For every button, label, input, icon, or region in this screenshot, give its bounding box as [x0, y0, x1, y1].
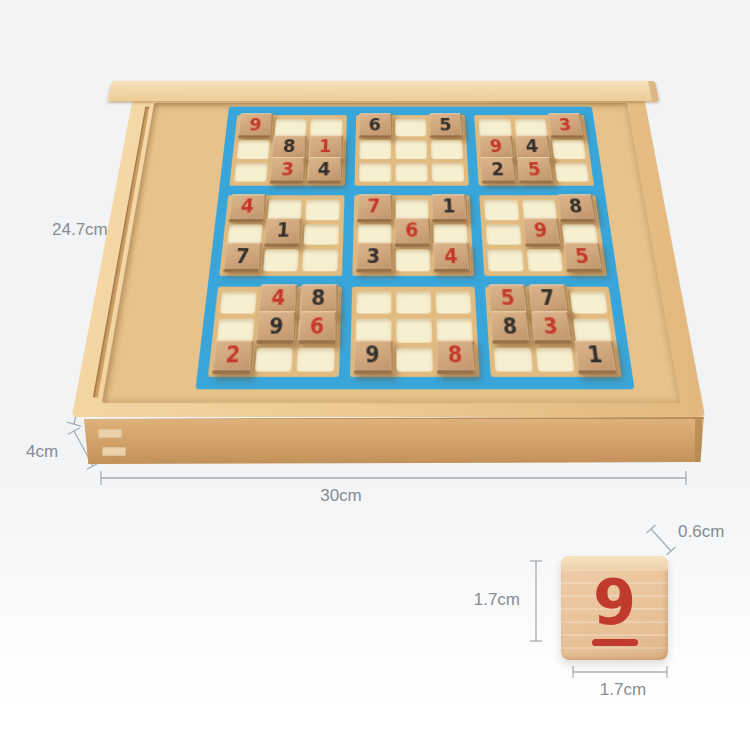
box-2: 65 [354, 115, 469, 186]
tile-4-r4c1[interactable]: 4 [228, 194, 267, 222]
cell-r7c7[interactable]: 5 [490, 291, 527, 314]
tile-6-r8c3[interactable]: 6 [297, 311, 338, 344]
cell-r9c2[interactable] [255, 347, 293, 371]
cell-r7c1[interactable] [220, 291, 257, 314]
tile-9-r8c2[interactable]: 9 [256, 311, 298, 344]
cell-r9c5[interactable] [396, 347, 433, 371]
cell-r4c9[interactable]: 8 [559, 200, 595, 220]
tile-3-r6c4[interactable]: 3 [355, 243, 393, 273]
cell-r9c6[interactable]: 8 [437, 347, 475, 371]
cell-r7c8[interactable]: 7 [530, 291, 568, 314]
cell-r3c2[interactable]: 3 [271, 163, 305, 182]
cell-r8c9[interactable] [573, 319, 612, 342]
cell-r1c6[interactable]: 5 [430, 119, 462, 137]
cell-r4c3[interactable] [306, 200, 340, 220]
cell-r5c5[interactable]: 6 [396, 224, 430, 245]
sample-tile-underline [592, 639, 638, 646]
cell-r4c7[interactable] [484, 200, 519, 220]
cell-r7c5[interactable] [396, 291, 432, 314]
sudoku-board: 98134653942541771634895489629857831 [72, 81, 706, 417]
cell-r5c7[interactable] [486, 224, 521, 245]
cell-r7c9[interactable] [570, 291, 608, 314]
box-height-label: 4cm [26, 442, 58, 462]
cell-r9c9[interactable]: 1 [576, 347, 616, 371]
tile-5-r1c6[interactable]: 5 [429, 113, 464, 138]
cell-r1c4[interactable]: 6 [359, 119, 390, 137]
cell-r7c4[interactable] [356, 291, 392, 314]
tile-9-r5c8[interactable]: 9 [522, 218, 562, 247]
sudoku-grid: 98134653942541771634895489629857831 [195, 107, 634, 390]
tile-2-r3c7[interactable]: 2 [480, 157, 517, 184]
cell-r6c3[interactable] [303, 249, 338, 270]
cell-r2c9[interactable] [552, 141, 586, 159]
cell-r3c4[interactable] [359, 163, 392, 182]
box-4: 417 [219, 196, 344, 276]
cell-r7c2[interactable]: 4 [260, 291, 297, 314]
box-1: 98134 [229, 115, 346, 186]
dimension-line-board-width [101, 471, 686, 485]
cell-r6c9[interactable]: 5 [565, 249, 602, 270]
cell-r2c5[interactable] [395, 141, 427, 159]
cell-r8c8[interactable]: 3 [533, 319, 571, 342]
cell-r1c9[interactable]: 3 [549, 119, 583, 137]
tile-4-r3c3[interactable]: 4 [306, 157, 342, 184]
cell-r8c5[interactable] [396, 319, 432, 342]
tile-thickness-label: 0.6cm [678, 522, 724, 542]
cell-r8c4[interactable] [355, 319, 391, 342]
cell-r3c9[interactable] [554, 163, 589, 182]
box-9: 57831 [485, 286, 621, 377]
cell-r8c7[interactable]: 8 [492, 319, 530, 342]
tile-height-label: 1.7cm [468, 590, 520, 610]
cell-r6c1[interactable]: 7 [224, 249, 260, 270]
cell-r9c8[interactable] [535, 347, 574, 371]
tile-8-r9c6[interactable]: 8 [435, 340, 476, 374]
cell-r4c6[interactable]: 1 [433, 200, 467, 220]
dovetail-joint [102, 447, 126, 456]
tile-1-r4c6[interactable]: 1 [431, 194, 468, 222]
tile-7-r4c4[interactable]: 7 [356, 194, 393, 222]
cell-r6c6[interactable]: 4 [434, 249, 469, 270]
tile-9-r1c1[interactable]: 9 [237, 113, 274, 138]
product-photo-scene: 24.7cm 4cm 30cm 0.6cm 1.7cm 1.7cm 981346… [0, 0, 750, 750]
cell-r3c6[interactable] [432, 163, 465, 182]
dimension-line-tile-height [530, 561, 542, 641]
cell-r2c4[interactable] [359, 141, 391, 159]
cell-r4c1[interactable]: 4 [230, 200, 265, 220]
cell-r2c6[interactable] [431, 141, 464, 159]
cell-r7c3[interactable]: 8 [300, 291, 336, 314]
cell-r8c2[interactable]: 9 [258, 319, 296, 342]
tile-7-r6c1[interactable]: 7 [223, 243, 263, 273]
cell-r8c6[interactable] [436, 319, 473, 342]
cell-r8c1[interactable] [217, 319, 255, 342]
cell-r3c7[interactable]: 2 [482, 163, 516, 182]
cell-r9c1[interactable]: 2 [213, 347, 252, 371]
board-top-rail [108, 81, 659, 101]
box-7: 48962 [208, 286, 341, 377]
tile-1-r9c9[interactable]: 1 [574, 340, 618, 374]
box-6: 895 [480, 196, 607, 276]
cell-r5c2[interactable]: 1 [266, 224, 301, 245]
cell-r6c4[interactable]: 3 [357, 249, 392, 270]
cell-r6c5[interactable] [396, 249, 431, 270]
tile-9-r9c4[interactable]: 9 [353, 340, 393, 374]
cell-r9c3[interactable] [297, 347, 335, 371]
tile-2-r9c1[interactable]: 2 [211, 340, 254, 374]
cell-r3c8[interactable]: 5 [518, 163, 552, 182]
sample-tile-digit: 9 [561, 566, 668, 638]
board-front-right-edge [695, 419, 702, 464]
tile-6-r1c4[interactable]: 6 [358, 113, 392, 138]
tile-width-label: 1.7cm [593, 680, 653, 700]
cell-r9c7[interactable] [494, 347, 532, 371]
tile-1-r5c2[interactable]: 1 [264, 218, 303, 247]
cell-r8c3[interactable]: 6 [299, 319, 336, 342]
cell-r9c4[interactable]: 9 [355, 347, 392, 371]
tile-3-r8c8[interactable]: 3 [530, 311, 573, 344]
box-5: 71634 [352, 196, 474, 276]
cell-r2c1[interactable] [237, 141, 271, 159]
cell-r6c8[interactable] [526, 249, 563, 270]
tile-6-r5c5[interactable]: 6 [394, 218, 431, 247]
cell-r5c3[interactable] [304, 224, 339, 245]
tile-3-r1c9[interactable]: 3 [547, 113, 584, 138]
cell-r5c8[interactable]: 9 [524, 224, 560, 245]
cell-r3c5[interactable] [395, 163, 428, 182]
cell-r6c7[interactable] [488, 249, 524, 270]
box-8: 98 [350, 286, 481, 377]
tile-8-r4c9[interactable]: 8 [557, 194, 597, 222]
tile-4-r6c6[interactable]: 4 [433, 243, 472, 273]
tile-5-r3c8[interactable]: 5 [516, 157, 554, 184]
tile-3-r3c2[interactable]: 3 [269, 157, 306, 184]
dimension-line-tile-thickness [647, 525, 676, 555]
cell-r1c1[interactable]: 9 [239, 119, 272, 137]
board-depth-label: 24.7cm [52, 220, 108, 240]
cell-r6c2[interactable] [264, 249, 300, 270]
tile-5-r6c9[interactable]: 5 [562, 243, 603, 273]
sample-number-tile[interactable]: 9 [561, 556, 668, 660]
cell-r7c6[interactable] [436, 291, 472, 314]
cell-r3c3[interactable]: 4 [308, 163, 341, 182]
dimension-line-tile-width [573, 666, 667, 678]
cell-r1c5[interactable] [395, 119, 427, 137]
cell-r3c1[interactable] [234, 163, 268, 182]
dovetail-joint [98, 429, 122, 438]
board-front-face [84, 417, 704, 464]
board-width-label: 30cm [311, 486, 371, 506]
tile-8-r8c7[interactable]: 8 [490, 311, 532, 344]
cell-r4c4[interactable]: 7 [358, 200, 391, 220]
box-3: 39425 [474, 115, 594, 186]
